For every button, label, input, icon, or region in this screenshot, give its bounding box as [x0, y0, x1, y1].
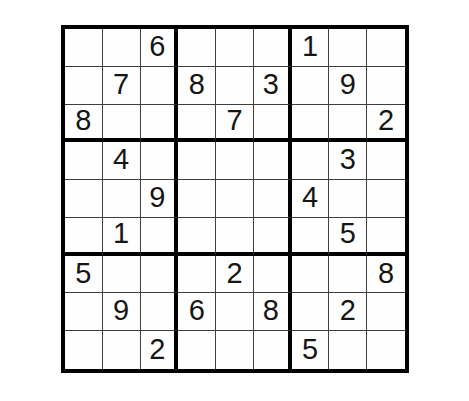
cell-r8c2[interactable]: 9 — [103, 293, 141, 331]
cell-r6c8[interactable]: 5 — [329, 218, 367, 256]
cell-r7c8[interactable] — [329, 256, 367, 294]
cell-r5c7[interactable]: 4 — [292, 180, 330, 218]
given-digit: 9 — [113, 296, 129, 325]
cell-r9c8[interactable] — [329, 331, 367, 369]
cell-r2c2[interactable]: 7 — [103, 67, 141, 105]
given-digit: 4 — [302, 183, 318, 212]
cell-r6c5[interactable] — [216, 218, 254, 256]
cell-r9c4[interactable] — [178, 331, 216, 369]
given-digit: 6 — [189, 296, 205, 325]
cell-r4c1[interactable] — [65, 142, 103, 180]
cell-r7c2[interactable] — [103, 256, 141, 294]
given-digit: 2 — [378, 106, 394, 135]
cell-r1c8[interactable] — [329, 29, 367, 67]
cell-r8c9[interactable] — [367, 293, 405, 331]
given-digit: 7 — [226, 106, 242, 135]
cell-r1c4[interactable] — [178, 29, 216, 67]
cell-r2c5[interactable] — [216, 67, 254, 105]
cell-r7c1[interactable]: 5 — [65, 256, 103, 294]
cell-r3c7[interactable] — [292, 105, 330, 143]
cell-r5c8[interactable] — [329, 180, 367, 218]
cell-r5c3[interactable]: 9 — [141, 180, 179, 218]
cell-r3c1[interactable]: 8 — [65, 105, 103, 143]
given-digit: 8 — [75, 106, 91, 135]
cell-r4c9[interactable] — [367, 142, 405, 180]
cell-r2c4[interactable]: 8 — [178, 67, 216, 105]
given-digit: 2 — [149, 335, 165, 364]
cell-r7c5[interactable]: 2 — [216, 256, 254, 294]
cell-r9c1[interactable] — [65, 331, 103, 369]
given-digit: 7 — [113, 70, 129, 99]
cell-r7c6[interactable] — [254, 256, 292, 294]
given-digit: 1 — [113, 219, 129, 248]
given-digit: 6 — [149, 32, 165, 61]
cell-r3c9[interactable]: 2 — [367, 105, 405, 143]
cell-r9c2[interactable] — [103, 331, 141, 369]
given-digit: 5 — [340, 219, 356, 248]
cell-r6c6[interactable] — [254, 218, 292, 256]
cell-r9c3[interactable]: 2 — [141, 331, 179, 369]
cell-r1c7[interactable]: 1 — [292, 29, 330, 67]
cell-r2c9[interactable] — [367, 67, 405, 105]
given-digit: 5 — [75, 259, 91, 288]
cell-r7c4[interactable] — [178, 256, 216, 294]
given-digit: 8 — [263, 296, 279, 325]
cell-r1c5[interactable] — [216, 29, 254, 67]
given-digit: 8 — [189, 70, 205, 99]
given-digit: 3 — [263, 70, 279, 99]
cell-r3c6[interactable] — [254, 105, 292, 143]
cell-r8c6[interactable]: 8 — [254, 293, 292, 331]
cell-r6c2[interactable]: 1 — [103, 218, 141, 256]
cell-r5c5[interactable] — [216, 180, 254, 218]
cell-r1c3[interactable]: 6 — [141, 29, 179, 67]
cell-r6c9[interactable] — [367, 218, 405, 256]
cell-r7c7[interactable] — [292, 256, 330, 294]
cell-r5c1[interactable] — [65, 180, 103, 218]
cell-r2c3[interactable] — [141, 67, 179, 105]
cell-r4c7[interactable] — [292, 142, 330, 180]
cell-r1c6[interactable] — [254, 29, 292, 67]
cell-r9c7[interactable]: 5 — [292, 331, 330, 369]
cell-r4c5[interactable] — [216, 142, 254, 180]
cell-r5c6[interactable] — [254, 180, 292, 218]
cell-r8c5[interactable] — [216, 293, 254, 331]
cell-r8c1[interactable] — [65, 293, 103, 331]
sudoku-page: 617839872439415528968225 — [0, 0, 469, 401]
cell-r9c6[interactable] — [254, 331, 292, 369]
given-digit: 2 — [340, 296, 356, 325]
cell-r7c9[interactable]: 8 — [367, 256, 405, 294]
cell-r1c2[interactable] — [103, 29, 141, 67]
cell-r4c4[interactable] — [178, 142, 216, 180]
cell-r4c3[interactable] — [141, 142, 179, 180]
cell-r4c2[interactable]: 4 — [103, 142, 141, 180]
given-digit: 9 — [149, 183, 165, 212]
cell-r3c8[interactable] — [329, 105, 367, 143]
cell-r8c8[interactable]: 2 — [329, 293, 367, 331]
cell-r8c4[interactable]: 6 — [178, 293, 216, 331]
cell-r5c4[interactable] — [178, 180, 216, 218]
cell-r9c5[interactable] — [216, 331, 254, 369]
cell-r7c3[interactable] — [141, 256, 179, 294]
cell-r5c9[interactable] — [367, 180, 405, 218]
cell-r5c2[interactable] — [103, 180, 141, 218]
given-digit: 1 — [302, 32, 318, 61]
given-digit: 2 — [226, 259, 242, 288]
cell-r4c6[interactable] — [254, 142, 292, 180]
cell-r3c5[interactable]: 7 — [216, 105, 254, 143]
cell-r4c8[interactable]: 3 — [329, 142, 367, 180]
given-digit: 9 — [340, 70, 356, 99]
cell-r1c1[interactable] — [65, 29, 103, 67]
cell-r2c7[interactable] — [292, 67, 330, 105]
cell-r3c2[interactable] — [103, 105, 141, 143]
given-digit: 8 — [378, 259, 394, 288]
sudoku-board: 617839872439415528968225 — [61, 25, 409, 373]
cell-r6c7[interactable] — [292, 218, 330, 256]
cell-r6c1[interactable] — [65, 218, 103, 256]
given-digit: 3 — [340, 145, 356, 174]
cell-r2c8[interactable]: 9 — [329, 67, 367, 105]
cell-r3c4[interactable] — [178, 105, 216, 143]
cell-r6c3[interactable] — [141, 218, 179, 256]
cell-r2c1[interactable] — [65, 67, 103, 105]
cell-r9c9[interactable] — [367, 331, 405, 369]
cell-r1c9[interactable] — [367, 29, 405, 67]
cell-r8c3[interactable] — [141, 293, 179, 331]
given-digit: 5 — [302, 335, 318, 364]
cell-r8c7[interactable] — [292, 293, 330, 331]
given-digit: 4 — [113, 145, 129, 174]
cell-r2c6[interactable]: 3 — [254, 67, 292, 105]
cell-r3c3[interactable] — [141, 105, 179, 143]
cell-r6c4[interactable] — [178, 218, 216, 256]
